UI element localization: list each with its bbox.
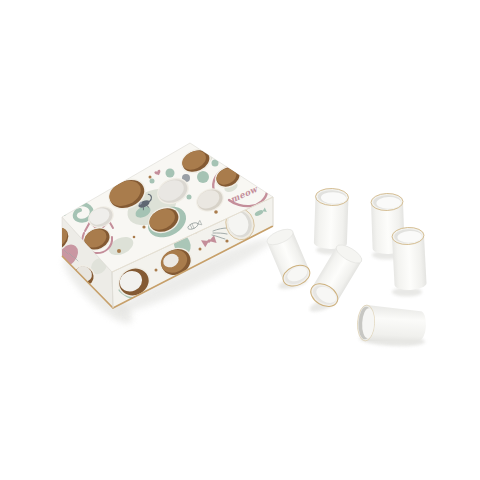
product-photo: meow meow — [0, 0, 480, 480]
cardboard-tube-5 — [392, 227, 427, 291]
cardboard-tube-2 — [314, 188, 349, 250]
scene-canvas: meow meow — [0, 0, 480, 480]
